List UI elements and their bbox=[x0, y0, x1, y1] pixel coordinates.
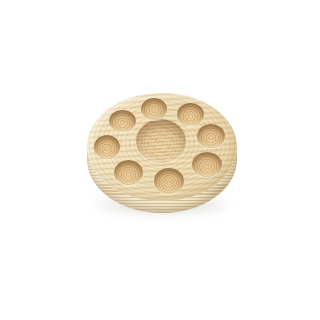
pit-top[interactable] bbox=[141, 98, 167, 120]
pit-top-right[interactable] bbox=[177, 103, 204, 126]
pit-left[interactable] bbox=[94, 135, 120, 159]
pit-bottom[interactable] bbox=[154, 168, 184, 194]
pit-top-left[interactable] bbox=[109, 110, 136, 132]
board-photo bbox=[0, 0, 320, 320]
store-pit[interactable] bbox=[136, 119, 186, 163]
pit-layer bbox=[0, 0, 320, 320]
pit-bottom-left[interactable] bbox=[114, 160, 143, 185]
pit-right[interactable] bbox=[197, 124, 225, 148]
pit-bottom-right[interactable] bbox=[192, 152, 222, 177]
